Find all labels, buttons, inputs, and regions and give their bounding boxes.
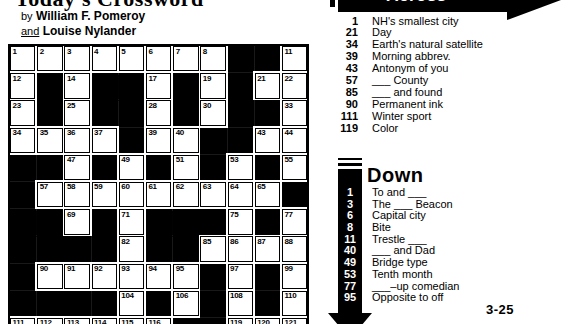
grid-cell[interactable]: 82	[119, 236, 144, 261]
clue-number: 8	[338, 222, 362, 234]
cell-number: 30	[203, 102, 211, 110]
grid-cell[interactable]: 33	[282, 100, 307, 125]
across-clue: 119Color	[338, 123, 483, 135]
grid-cell[interactable]: 6	[146, 46, 171, 71]
across-clue: 85___ and found	[338, 87, 483, 99]
black-cell	[92, 236, 117, 261]
cell-number: 59	[94, 183, 102, 191]
black-cell	[228, 100, 253, 125]
grid-cell[interactable]: 119	[228, 318, 253, 324]
black-cell	[92, 291, 117, 316]
cell-number: 69	[67, 211, 75, 219]
cell-number: 11	[284, 48, 292, 56]
grid-cell[interactable]: 44	[282, 128, 307, 153]
cell-number: 108	[230, 292, 242, 300]
black-cell	[119, 73, 144, 98]
black-cell	[173, 236, 198, 261]
grid-cell[interactable]: 28	[146, 100, 171, 125]
cell-number: 25	[67, 102, 75, 110]
grid-cell[interactable]: 49	[119, 155, 144, 180]
down-arrow-tail-stripe	[338, 163, 362, 166]
grid-cell[interactable]: 37	[92, 128, 117, 153]
cell-number: 65	[257, 183, 265, 191]
cell-number: 99	[284, 265, 292, 273]
grid-cell[interactable]: 95	[173, 264, 198, 289]
down-clue: 6Capital city	[338, 210, 459, 222]
grid-cell[interactable]: 17	[146, 73, 171, 98]
cell-number: 97	[230, 265, 238, 273]
puzzle-date: 3-25	[486, 302, 514, 317]
cell-number: 14	[67, 75, 75, 83]
grid-cell[interactable]: 5	[119, 46, 144, 71]
clue-text: Opposite to off	[372, 292, 443, 304]
cell-number: 115	[121, 319, 133, 324]
black-cell	[255, 209, 280, 234]
cell-number: 37	[94, 129, 102, 137]
black-cell	[92, 73, 117, 98]
byline-author1: by William F. Pomeroy	[21, 9, 145, 23]
grid-cell[interactable]: 65	[255, 182, 280, 207]
black-cell	[173, 209, 198, 234]
grid-cell[interactable]: 94	[146, 264, 171, 289]
black-cell	[200, 318, 225, 324]
black-cell	[228, 73, 253, 98]
grid-cell[interactable]: 97	[228, 264, 253, 289]
grid-cell[interactable]: 39	[146, 128, 171, 153]
black-cell	[119, 100, 144, 125]
cell-number: 34	[13, 129, 21, 137]
black-cell	[10, 209, 35, 234]
cell-number: 77	[284, 211, 292, 219]
cell-number: 64	[230, 183, 238, 191]
cell-number: 110	[284, 292, 296, 300]
clue-text: Bite	[372, 222, 391, 234]
grid-cell[interactable]: 99	[282, 264, 307, 289]
cell-number: 60	[121, 183, 129, 191]
cell-number: 3	[67, 48, 71, 56]
cell-number: 93	[121, 265, 129, 273]
cell-number: 35	[40, 129, 48, 137]
clue-number: 95	[338, 292, 362, 304]
down-clue: 1To and ___	[338, 187, 459, 199]
grid-cell[interactable]: 47	[64, 155, 89, 180]
cell-number: 71	[121, 211, 129, 219]
cell-number: 116	[148, 319, 160, 324]
cell-number: 33	[284, 102, 292, 110]
grid-cell[interactable]: 53	[228, 155, 253, 180]
black-cell	[255, 291, 280, 316]
down-header: Down	[367, 164, 423, 187]
black-cell	[200, 128, 225, 153]
cell-number: 19	[203, 75, 211, 83]
black-cell	[282, 182, 307, 207]
cell-number: 120	[257, 319, 269, 324]
grid-cell[interactable]: 35	[37, 128, 62, 153]
black-cell	[37, 209, 62, 234]
black-cell	[146, 155, 171, 180]
cell-number: 63	[203, 183, 211, 191]
cell-number: 113	[67, 319, 79, 324]
down-clue: 95Opposite to off	[338, 292, 459, 304]
across-clue: 90Permanent ink	[338, 99, 483, 111]
black-cell	[173, 73, 198, 98]
down-arrow-head-icon	[328, 313, 372, 324]
grid-cell[interactable]: 57	[37, 182, 62, 207]
grid-cell[interactable]: 110	[282, 291, 307, 316]
grid-cell[interactable]: 116	[146, 318, 171, 324]
cell-number: 2	[40, 48, 44, 56]
grid-cell[interactable]: 121	[282, 318, 307, 324]
cell-number: 119	[230, 319, 242, 324]
by-label: by	[21, 10, 33, 22]
grid-cell[interactable]: 22	[282, 73, 307, 98]
cell-number: 58	[67, 183, 75, 191]
cell-number: 87	[257, 238, 265, 246]
across-arrow-tail-stripe	[330, 0, 335, 7]
black-cell	[255, 155, 280, 180]
grid-cell[interactable]: 71	[119, 209, 144, 234]
black-cell	[10, 236, 35, 261]
black-cell	[200, 264, 225, 289]
black-cell	[173, 100, 198, 125]
grid-cell[interactable]: 58	[64, 182, 89, 207]
grid-cell[interactable]: 14	[64, 73, 89, 98]
cell-number: 106	[176, 292, 188, 300]
grid-cell[interactable]: 120	[255, 318, 280, 324]
grid-cell[interactable]: 30	[200, 100, 225, 125]
black-cell	[10, 155, 35, 180]
black-cell	[228, 46, 253, 71]
cell-number: 22	[284, 75, 292, 83]
clue-text: Color	[372, 123, 398, 135]
grid-cell[interactable]: 1	[10, 46, 35, 71]
cell-number: 36	[67, 129, 75, 137]
grid-cell[interactable]: 3	[64, 46, 89, 71]
grid-cell[interactable]: 60	[119, 182, 144, 207]
grid-cell[interactable]: 12	[10, 73, 35, 98]
cell-number: 39	[148, 129, 156, 137]
black-cell	[10, 264, 35, 289]
crossword-grid: 1234567811121417192122232528303334353637…	[8, 44, 309, 324]
puzzle-page: Today's Crossword by William F. Pomeroy …	[0, 0, 570, 324]
grid-cell[interactable]: 25	[64, 100, 89, 125]
grid-cell[interactable]: 19	[200, 73, 225, 98]
down-clue: 8Bite	[338, 222, 459, 234]
clue-text: Permanent ink	[372, 99, 443, 111]
black-cell	[255, 46, 280, 71]
grid-cell[interactable]: 63	[200, 182, 225, 207]
black-cell	[92, 155, 117, 180]
cell-number: 91	[67, 265, 75, 273]
cell-number: 95	[176, 265, 184, 273]
black-cell	[37, 291, 62, 316]
cell-number: 17	[148, 75, 156, 83]
cell-number: 4	[94, 48, 98, 56]
cell-number: 62	[176, 183, 184, 191]
across-clue-list: 1NH's smallest city21Day34Earth's natura…	[338, 16, 483, 135]
grid-cell[interactable]: 40	[173, 128, 198, 153]
grid-cell[interactable]: 104	[119, 291, 144, 316]
grid-cell[interactable]: 64	[228, 182, 253, 207]
cell-number: 85	[203, 238, 211, 246]
grid-cell[interactable]: 115	[119, 318, 144, 324]
grid-cell[interactable]: 62	[173, 182, 198, 207]
cell-number: 47	[67, 156, 75, 164]
grid-cell[interactable]: 4	[92, 46, 117, 71]
cell-number: 86	[230, 238, 238, 246]
cell-number: 5	[121, 48, 125, 56]
grid-cell[interactable]: 87	[255, 236, 280, 261]
grid-cell[interactable]: 2	[37, 46, 62, 71]
black-cell	[37, 100, 62, 125]
grid-cell[interactable]: 55	[282, 155, 307, 180]
black-cell	[173, 318, 198, 324]
grid-cell[interactable]: 23	[10, 100, 35, 125]
grid-cell[interactable]: 21	[255, 73, 280, 98]
black-cell	[64, 236, 89, 261]
grid-cell[interactable]: 92	[92, 264, 117, 289]
black-cell	[200, 155, 225, 180]
black-cell	[255, 100, 280, 125]
grid-cell[interactable]: 111	[10, 318, 35, 324]
across-header: Across	[386, 0, 447, 6]
clue-text: To and ___	[372, 187, 426, 199]
author2-name: Louise Nylander	[43, 24, 136, 38]
cell-number: 44	[284, 129, 292, 137]
cell-number: 23	[13, 102, 21, 110]
clue-number: 90	[338, 99, 358, 111]
cell-number: 1	[13, 48, 17, 56]
grid-cell[interactable]: 93	[119, 264, 144, 289]
and-label: and	[21, 25, 39, 37]
grid-cell[interactable]: 106	[173, 291, 198, 316]
cell-number: 90	[40, 265, 48, 273]
grid-cell[interactable]: 34	[10, 128, 35, 153]
grid-cell[interactable]: 85	[200, 236, 225, 261]
grid-cell[interactable]: 36	[64, 128, 89, 153]
cell-number: 57	[40, 183, 48, 191]
cell-number: 7	[176, 48, 180, 56]
grid-cell[interactable]: 7	[173, 46, 198, 71]
across-clue: 111Winter sport	[338, 111, 483, 123]
black-cell	[200, 291, 225, 316]
cell-number: 55	[284, 156, 292, 164]
grid-cell[interactable]: 11	[282, 46, 307, 71]
black-cell	[37, 155, 62, 180]
grid-cell[interactable]: 69	[64, 209, 89, 234]
grid-cell[interactable]: 91	[64, 264, 89, 289]
black-cell	[92, 100, 117, 125]
cell-number: 43	[257, 129, 265, 137]
cell-number: 75	[230, 211, 238, 219]
black-cell	[37, 236, 62, 261]
down-clue: 53Tenth month	[338, 269, 459, 281]
cell-number: 61	[148, 183, 156, 191]
grid-cell[interactable]: 51	[173, 155, 198, 180]
cell-number: 49	[121, 156, 129, 164]
grid-cell[interactable]: 113	[64, 318, 89, 324]
grid-cell[interactable]: 77	[282, 209, 307, 234]
black-cell	[255, 264, 280, 289]
across-arrow-head-icon	[507, 0, 561, 20]
grid-cell[interactable]: 59	[92, 182, 117, 207]
grid-cell[interactable]: 88	[282, 236, 307, 261]
grid-cell[interactable]: 61	[146, 182, 171, 207]
grid-cell[interactable]: 8	[200, 46, 225, 71]
black-cell	[92, 209, 117, 234]
clue-number: 53	[338, 269, 362, 281]
cell-number: 51	[176, 156, 184, 164]
grid-cell[interactable]: 43	[255, 128, 280, 153]
cell-number: 94	[148, 265, 156, 273]
cell-number: 40	[176, 129, 184, 137]
black-cell	[200, 209, 225, 234]
grid-cell[interactable]: 86	[228, 236, 253, 261]
clue-text: Winter sport	[372, 111, 431, 123]
black-cell	[146, 291, 171, 316]
down-clue-list: 1To and ___3The ___ Beacon6Capital city8…	[338, 187, 459, 304]
black-cell	[119, 128, 144, 153]
across-arrow-banner: Across	[338, 0, 507, 12]
clue-number: 111	[338, 111, 358, 123]
cell-number: 28	[148, 102, 156, 110]
cell-number: 92	[94, 265, 102, 273]
clue-number: 1	[338, 187, 362, 199]
grid-cell[interactable]: 90	[37, 264, 62, 289]
clue-text: ___ and found	[372, 87, 442, 99]
black-cell	[146, 236, 171, 261]
cell-number: 88	[284, 238, 292, 246]
black-cell	[10, 291, 35, 316]
cell-number: 121	[284, 319, 296, 324]
grid-cell[interactable]: 114	[92, 318, 117, 324]
cell-number: 12	[13, 75, 21, 83]
cell-number: 8	[203, 48, 207, 56]
cell-number: 21	[257, 75, 265, 83]
black-cell	[37, 73, 62, 98]
cell-number: 114	[94, 319, 106, 324]
author1-name: William F. Pomeroy	[36, 9, 145, 23]
cell-number: 104	[121, 292, 133, 300]
cell-number: 53	[230, 156, 238, 164]
clue-number: 119	[338, 123, 358, 135]
cell-number: 112	[40, 319, 52, 324]
byline-author2: and Louise Nylander	[21, 24, 136, 38]
cell-number: 82	[121, 238, 129, 246]
black-cell	[10, 182, 35, 207]
black-cell	[64, 291, 89, 316]
across-clue: 1NH's smallest city	[338, 16, 483, 28]
cell-number: 6	[148, 48, 152, 56]
cell-number: 111	[13, 319, 25, 324]
black-cell	[228, 128, 253, 153]
down-arrow-tail-stripe	[338, 158, 362, 161]
black-cell	[146, 209, 171, 234]
clue-text: Tenth month	[372, 269, 433, 281]
grid-cell[interactable]: 75	[228, 209, 253, 234]
clue-number: 85	[338, 87, 358, 99]
grid-cell[interactable]: 108	[228, 291, 253, 316]
grid-cell[interactable]: 112	[37, 318, 62, 324]
